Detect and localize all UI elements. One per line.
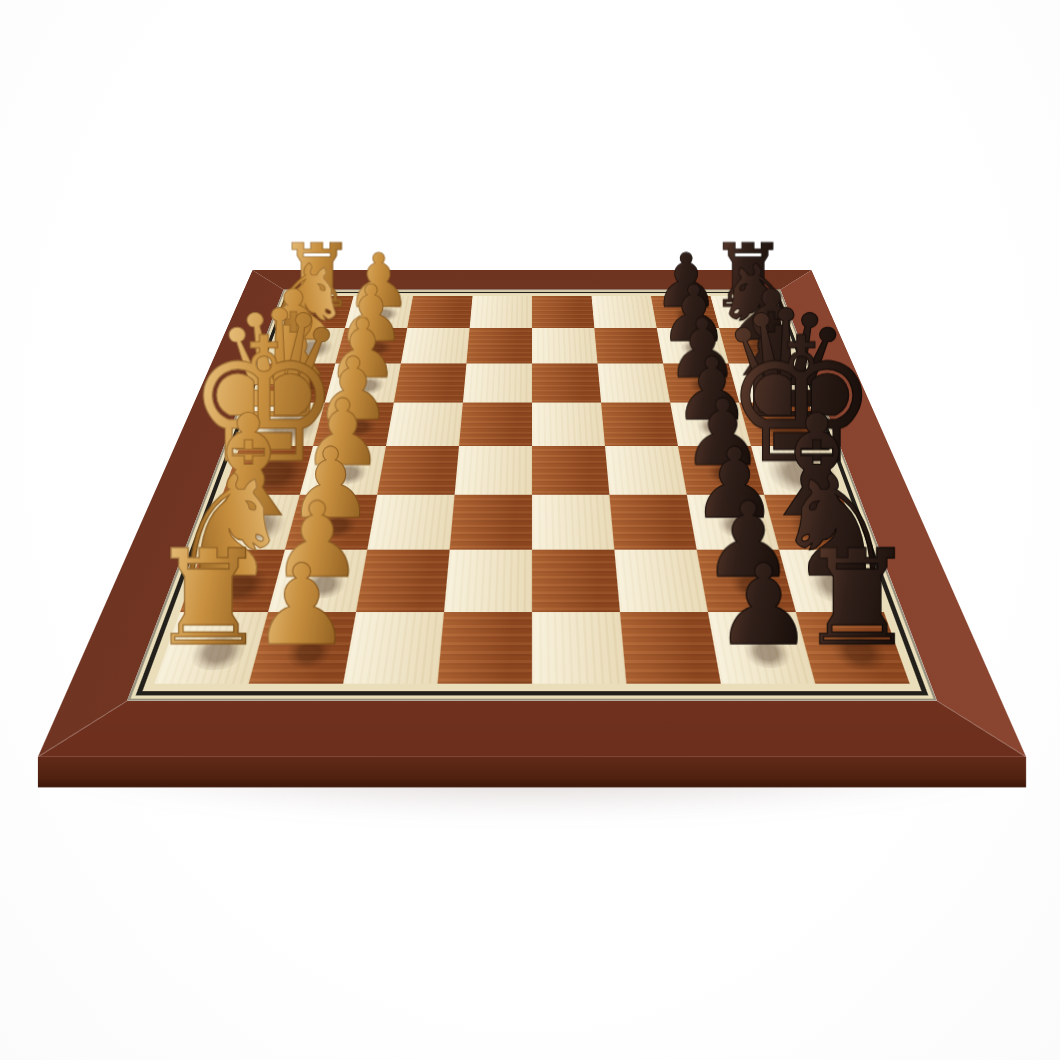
square-a2[interactable] bbox=[345, 296, 413, 328]
board-front-edge bbox=[38, 757, 1026, 787]
square-c4[interactable] bbox=[463, 363, 532, 402]
square-c5[interactable] bbox=[532, 363, 601, 402]
square-b7[interactable] bbox=[657, 328, 729, 363]
piece-black-rook[interactable]: ♜ bbox=[797, 532, 915, 664]
square-d3[interactable] bbox=[386, 403, 463, 446]
square-d6[interactable] bbox=[601, 403, 678, 446]
square-d4[interactable] bbox=[459, 403, 532, 446]
square-a5[interactable] bbox=[532, 296, 594, 328]
square-b6[interactable] bbox=[594, 328, 663, 363]
square-c3[interactable] bbox=[394, 363, 467, 402]
piece-cell-h8: ♜ bbox=[796, 612, 910, 684]
square-a6[interactable] bbox=[591, 296, 656, 328]
square-b5[interactable] bbox=[532, 328, 598, 363]
square-b3[interactable] bbox=[401, 328, 470, 363]
square-a7[interactable] bbox=[651, 296, 719, 328]
square-b4[interactable] bbox=[466, 328, 532, 363]
studio-background: ♜♞♝♛♚♝♞♜♟♟♟♟♟♟♟♟♟♟♟♟♟♟♟♟♜♞♝♛♚♝♞♜ bbox=[0, 0, 1060, 1060]
square-b2[interactable] bbox=[335, 328, 407, 363]
chess-board: ♜♞♝♛♚♝♞♜♟♟♟♟♟♟♟♟♟♟♟♟♟♟♟♟♜♞♝♛♚♝♞♜ bbox=[38, 270, 1026, 757]
square-c6[interactable] bbox=[598, 363, 671, 402]
square-a4[interactable] bbox=[470, 296, 532, 328]
square-a3[interactable] bbox=[407, 296, 472, 328]
square-d5[interactable] bbox=[532, 403, 605, 446]
piece-white-rook[interactable]: ♜ bbox=[149, 532, 267, 664]
